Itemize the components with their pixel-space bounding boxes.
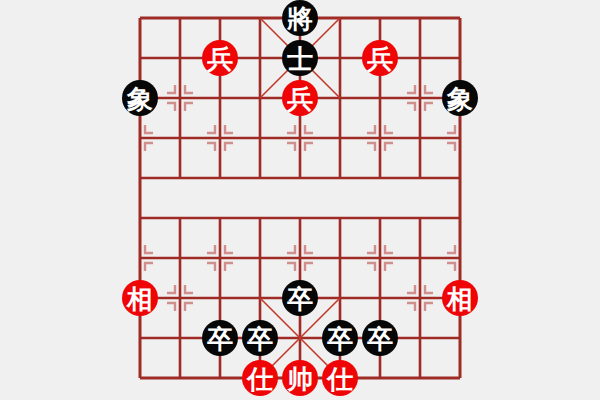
piece-black-elephant[interactable]: 象 bbox=[122, 80, 158, 116]
piece-red-soldier[interactable]: 兵 bbox=[202, 40, 238, 76]
piece-glyph: 卒 bbox=[207, 326, 233, 352]
piece-black-soldier[interactable]: 卒 bbox=[322, 320, 358, 356]
piece-red-general[interactable]: 帅 bbox=[282, 360, 318, 396]
piece-glyph: 卒 bbox=[247, 326, 273, 352]
piece-glyph: 仕 bbox=[327, 366, 353, 392]
piece-black-soldier[interactable]: 卒 bbox=[242, 320, 278, 356]
piece-glyph: 象 bbox=[447, 86, 473, 112]
piece-glyph: 相 bbox=[447, 286, 473, 312]
piece-red-elephant[interactable]: 相 bbox=[122, 280, 158, 316]
pieces-layer: 將兵士兵象兵象相卒相卒卒卒卒仕帅仕 bbox=[120, 0, 480, 398]
piece-glyph: 相 bbox=[127, 286, 153, 312]
piece-glyph: 卒 bbox=[367, 326, 393, 352]
piece-black-soldier[interactable]: 卒 bbox=[282, 280, 318, 316]
piece-glyph: 仕 bbox=[247, 366, 273, 392]
piece-black-soldier[interactable]: 卒 bbox=[362, 320, 398, 356]
piece-red-elephant[interactable]: 相 bbox=[442, 280, 478, 316]
piece-red-soldier[interactable]: 兵 bbox=[362, 40, 398, 76]
piece-black-general[interactable]: 將 bbox=[282, 0, 318, 36]
piece-black-elephant[interactable]: 象 bbox=[442, 80, 478, 116]
piece-glyph: 帅 bbox=[287, 366, 313, 392]
piece-red-advisor[interactable]: 仕 bbox=[322, 360, 358, 396]
piece-glyph: 士 bbox=[287, 46, 313, 72]
piece-glyph: 卒 bbox=[327, 326, 353, 352]
piece-glyph: 卒 bbox=[287, 286, 313, 312]
piece-red-soldier[interactable]: 兵 bbox=[282, 80, 318, 116]
piece-red-advisor[interactable]: 仕 bbox=[242, 360, 278, 396]
piece-glyph: 兵 bbox=[207, 46, 233, 72]
piece-glyph: 象 bbox=[127, 86, 153, 112]
piece-glyph: 兵 bbox=[367, 46, 393, 72]
piece-glyph: 兵 bbox=[287, 86, 313, 112]
xiangqi-board: 將兵士兵象兵象相卒相卒卒卒卒仕帅仕 bbox=[0, 0, 600, 400]
piece-black-advisor[interactable]: 士 bbox=[282, 40, 318, 76]
piece-black-soldier[interactable]: 卒 bbox=[202, 320, 238, 356]
piece-glyph: 將 bbox=[287, 6, 313, 32]
